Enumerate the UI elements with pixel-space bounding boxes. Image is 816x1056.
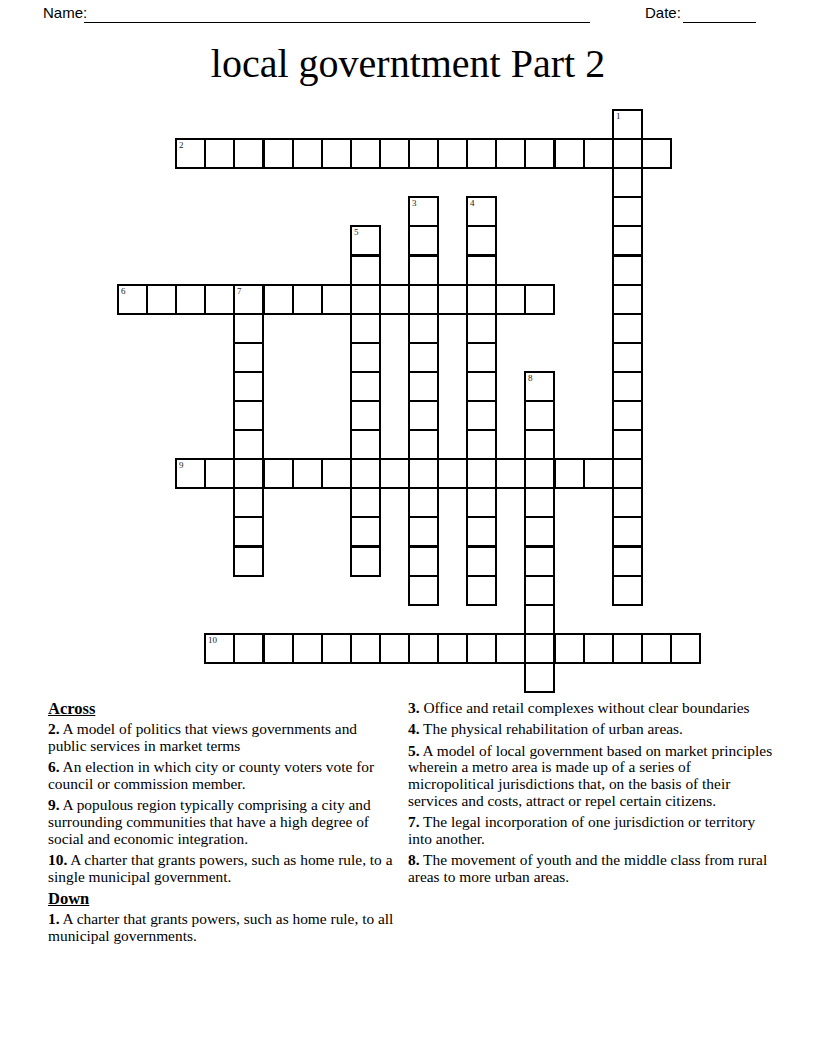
grid-cell[interactable]: 10 (204, 633, 235, 664)
clue-across-10: 10. A charter that grants powers, such a… (48, 852, 396, 886)
grid-cell[interactable] (495, 138, 526, 169)
grid-cell[interactable]: 5 (350, 225, 381, 256)
clue-down-8: 8. The movement of youth and the middle … (408, 852, 780, 886)
grid-cell[interactable] (524, 546, 555, 577)
grid-cell[interactable] (612, 546, 643, 577)
cell-number: 6 (121, 286, 126, 296)
grid-cell[interactable] (466, 458, 497, 489)
clue-number: 10. (48, 851, 67, 868)
clue-down-7: 7. The legal incorporation of one jurisd… (408, 814, 780, 848)
grid-cell[interactable] (350, 313, 381, 344)
grid-cell[interactable] (612, 400, 643, 431)
grid-cell[interactable] (466, 225, 497, 256)
grid-cell[interactable] (408, 225, 439, 256)
cell-number: 7 (237, 286, 242, 296)
grid-cell[interactable] (437, 284, 468, 315)
grid-cell[interactable] (612, 138, 643, 169)
grid-cell[interactable] (612, 429, 643, 460)
grid-cell[interactable] (524, 487, 555, 518)
clues-right-column: 3. Office and retail complexes without c… (408, 700, 780, 890)
grid-cell[interactable] (495, 458, 526, 489)
grid-cell[interactable] (554, 138, 585, 169)
grid-cell[interactable] (408, 633, 439, 664)
down-heading: Down (48, 890, 396, 908)
grid-cell[interactable] (408, 371, 439, 402)
grid-cell[interactable] (233, 138, 264, 169)
grid-cell[interactable] (408, 575, 439, 606)
grid-cell[interactable] (408, 487, 439, 518)
grid-cell[interactable] (583, 138, 614, 169)
grid-cell[interactable] (350, 429, 381, 460)
across-heading: Across (48, 700, 396, 718)
clue-number: 2. (48, 720, 60, 737)
grid-cell[interactable]: 7 (233, 284, 264, 315)
grid-cell[interactable] (321, 284, 352, 315)
grid-cell[interactable] (379, 633, 410, 664)
clue-number: 7. (408, 813, 420, 830)
grid-cell[interactable]: 1 (612, 109, 643, 140)
grid-cell[interactable]: 8 (524, 371, 555, 402)
grid-cell[interactable] (583, 458, 614, 489)
grid-cell[interactable] (408, 313, 439, 344)
clue-number: 8. (408, 851, 420, 868)
grid-cell[interactable] (612, 371, 643, 402)
grid-cell[interactable] (350, 255, 381, 286)
grid-cell[interactable] (408, 546, 439, 577)
grid-cell[interactable] (466, 138, 497, 169)
grid-cell[interactable] (466, 400, 497, 431)
grid-cell[interactable] (466, 371, 497, 402)
grid-cell[interactable] (263, 458, 294, 489)
grid-cell[interactable] (554, 633, 585, 664)
clue-down-5: 5. A model of local government based on … (408, 743, 780, 810)
grid-cell[interactable] (204, 458, 235, 489)
cell-number: 8 (528, 373, 533, 383)
grid-cell[interactable] (524, 400, 555, 431)
grid-cell[interactable] (437, 633, 468, 664)
grid-cell[interactable] (554, 458, 585, 489)
grid-cell[interactable] (321, 138, 352, 169)
grid-cell[interactable] (233, 313, 264, 344)
crossword-grid: 12345678910 (0, 0, 816, 700)
grid-cell[interactable]: 6 (117, 284, 148, 315)
grid-cell[interactable] (524, 662, 555, 693)
grid-cell[interactable] (379, 458, 410, 489)
grid-cell[interactable] (524, 138, 555, 169)
clues-left-column: Across2. A model of politics that views … (48, 700, 396, 949)
grid-cell[interactable] (641, 633, 672, 664)
grid-cell[interactable] (233, 458, 264, 489)
grid-cell[interactable] (263, 284, 294, 315)
grid-cell[interactable] (233, 516, 264, 547)
grid-cell[interactable] (321, 633, 352, 664)
grid-cell[interactable] (466, 487, 497, 518)
grid-cell[interactable] (350, 516, 381, 547)
grid-cell[interactable] (437, 138, 468, 169)
grid-cell[interactable] (524, 516, 555, 547)
grid-cell[interactable] (612, 225, 643, 256)
grid-cell[interactable] (175, 284, 206, 315)
grid-cell[interactable] (379, 284, 410, 315)
grid-cell[interactable] (350, 400, 381, 431)
grid-cell[interactable] (146, 284, 177, 315)
cell-number: 9 (179, 460, 184, 470)
grid-cell[interactable] (233, 342, 264, 373)
grid-cell[interactable] (350, 546, 381, 577)
cell-number: 1 (616, 111, 621, 121)
clue-number: 4. (408, 720, 420, 737)
grid-cell[interactable] (204, 284, 235, 315)
clue-down-1: 1. A charter that grants powers, such as… (48, 911, 396, 945)
grid-cell[interactable] (612, 458, 643, 489)
clue-down-4: 4. The physical rehabilitation of urban … (408, 721, 780, 738)
grid-cell[interactable] (466, 342, 497, 373)
grid-cell[interactable] (612, 342, 643, 373)
grid-cell[interactable] (466, 284, 497, 315)
grid-cell[interactable] (466, 546, 497, 577)
grid-cell[interactable] (350, 633, 381, 664)
grid-cell[interactable] (437, 458, 468, 489)
grid-cell[interactable] (292, 633, 323, 664)
grid-cell[interactable] (612, 255, 643, 286)
grid-cell[interactable] (408, 255, 439, 286)
grid-cell[interactable] (495, 633, 526, 664)
grid-cell[interactable] (524, 575, 555, 606)
grid-cell[interactable] (641, 138, 672, 169)
grid-cell[interactable] (583, 633, 614, 664)
grid-cell[interactable] (233, 400, 264, 431)
grid-cell[interactable] (292, 458, 323, 489)
grid-cell[interactable] (350, 371, 381, 402)
cell-number: 2 (179, 140, 184, 150)
cell-number: 4 (470, 198, 475, 208)
grid-cell[interactable] (263, 633, 294, 664)
grid-cell[interactable] (233, 487, 264, 518)
grid-cell[interactable] (263, 138, 294, 169)
grid-cell[interactable] (321, 458, 352, 489)
grid-cell[interactable] (495, 284, 526, 315)
grid-cell[interactable] (612, 196, 643, 227)
clue-number: 3. (408, 699, 420, 716)
grid-cell[interactable] (466, 633, 497, 664)
grid-cell[interactable] (408, 400, 439, 431)
grid-cell[interactable] (524, 633, 555, 664)
grid-cell[interactable] (350, 342, 381, 373)
grid-cell[interactable] (408, 342, 439, 373)
grid-cell[interactable] (408, 284, 439, 315)
grid-cell[interactable] (524, 458, 555, 489)
grid-cell[interactable] (350, 138, 381, 169)
grid-cell[interactable] (612, 633, 643, 664)
grid-cell[interactable] (408, 429, 439, 460)
grid-cell[interactable] (350, 458, 381, 489)
cell-number: 3 (412, 198, 417, 208)
grid-cell[interactable] (466, 516, 497, 547)
grid-cell[interactable] (350, 487, 381, 518)
grid-cell[interactable] (670, 633, 701, 664)
grid-cell[interactable] (408, 516, 439, 547)
clue-number: 9. (48, 796, 60, 813)
grid-cell[interactable]: 3 (408, 196, 439, 227)
cell-number: 5 (354, 227, 359, 237)
grid-cell[interactable]: 9 (175, 458, 206, 489)
grid-cell[interactable]: 2 (175, 138, 206, 169)
grid-cell[interactable] (292, 284, 323, 315)
clue-down-3: 3. Office and retail complexes without c… (408, 700, 780, 717)
grid-cell[interactable] (233, 371, 264, 402)
grid-cell[interactable] (466, 429, 497, 460)
clue-across-2: 2. A model of politics that views govern… (48, 721, 396, 755)
grid-cell[interactable] (204, 138, 235, 169)
clue-number: 1. (48, 910, 60, 927)
clue-number: 6. (48, 758, 60, 775)
grid-cell[interactable] (379, 138, 410, 169)
grid-cell[interactable] (524, 604, 555, 635)
grid-cell[interactable] (524, 284, 555, 315)
grid-cell[interactable] (612, 487, 643, 518)
grid-cell[interactable] (233, 429, 264, 460)
grid-cell[interactable] (612, 167, 643, 198)
grid-cell[interactable] (612, 516, 643, 547)
grid-cell[interactable] (466, 313, 497, 344)
grid-cell[interactable] (612, 575, 643, 606)
grid-cell[interactable] (292, 138, 323, 169)
grid-cell[interactable]: 4 (466, 196, 497, 227)
grid-cell[interactable] (466, 575, 497, 606)
clue-across-9: 9. A populous region typically comprisin… (48, 797, 396, 847)
grid-cell[interactable] (612, 284, 643, 315)
grid-cell[interactable] (524, 429, 555, 460)
grid-cell[interactable] (350, 284, 381, 315)
grid-cell[interactable] (408, 458, 439, 489)
cell-number: 10 (208, 635, 217, 645)
grid-cell[interactable] (233, 633, 264, 664)
grid-cell[interactable] (408, 138, 439, 169)
grid-cell[interactable] (612, 313, 643, 344)
grid-cell[interactable] (466, 255, 497, 286)
clue-across-6: 6. An election in which city or county v… (48, 759, 396, 793)
grid-cell[interactable] (233, 546, 264, 577)
clue-number: 5. (408, 742, 420, 759)
